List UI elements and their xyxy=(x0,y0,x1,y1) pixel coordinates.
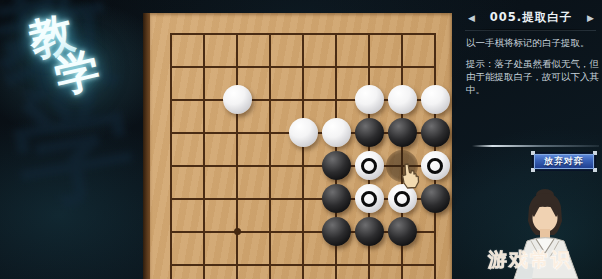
black-stone xyxy=(355,118,384,147)
teaching-banner: 教 学 xyxy=(25,6,104,103)
marked-white-stone xyxy=(421,151,450,180)
next-lesson-button[interactable]: ▶ xyxy=(583,11,598,25)
watermark-text: 游戏常识 xyxy=(488,247,572,273)
banner-char-learn: 学 xyxy=(51,46,104,99)
lesson-hint: 提示：落子处虽然看似无气，但由于能提取白子，故可以下入其中。 xyxy=(466,57,602,96)
black-stone xyxy=(388,118,417,147)
title-underline xyxy=(465,29,596,31)
white-stone xyxy=(388,85,417,114)
star-point xyxy=(234,228,241,235)
black-stone xyxy=(355,217,384,246)
black-stone xyxy=(322,151,351,180)
black-stone xyxy=(421,118,450,147)
white-stone xyxy=(322,118,351,147)
lesson-description: 以一手棋将标记的白子提取。 xyxy=(466,37,600,50)
give-up-button-label: 放弃对弈 xyxy=(534,154,594,169)
white-stone xyxy=(289,118,318,147)
lesson-title: 005.提取白子 xyxy=(490,10,572,25)
give-up-button[interactable]: 放弃对弈 xyxy=(532,152,596,171)
marked-white-stone xyxy=(388,184,417,213)
marked-white-stone xyxy=(355,184,384,213)
black-stone xyxy=(421,184,450,213)
white-stone xyxy=(223,85,252,114)
black-stone xyxy=(322,217,351,246)
panel-divider xyxy=(472,145,599,147)
lesson-nav: ◀ 005.提取白子 ▶ xyxy=(464,10,598,25)
white-stone xyxy=(421,85,450,114)
prev-lesson-button[interactable]: ◀ xyxy=(464,11,479,25)
ghost-move-stone[interactable] xyxy=(386,150,418,182)
go-board xyxy=(143,13,452,279)
black-stone xyxy=(322,184,351,213)
marked-white-stone xyxy=(355,151,384,180)
go-tutorial-screen: 教 学 教 学 ◀ 005.提取白子 ▶ 以一手棋将标记的白子提取。 提示：落子… xyxy=(0,0,602,279)
black-stone xyxy=(388,217,417,246)
white-stone xyxy=(355,85,384,114)
